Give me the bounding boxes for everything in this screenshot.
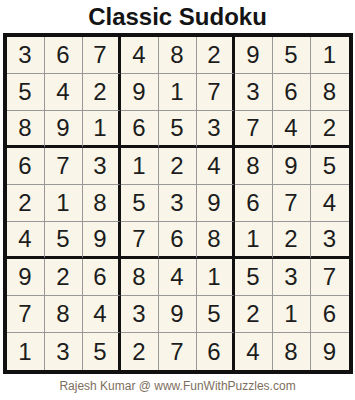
sudoku-cell-r3c3[interactable]: 1 — [83, 111, 121, 148]
sudoku-cell-r1c4[interactable]: 4 — [121, 37, 159, 74]
sudoku-cell-r5c8[interactable]: 7 — [273, 185, 311, 222]
sudoku-cell-r4c2[interactable]: 7 — [45, 148, 83, 185]
sudoku-cell-r3c1[interactable]: 8 — [7, 111, 45, 148]
sudoku-cell-r9c3[interactable]: 5 — [83, 333, 121, 370]
sudoku-cell-r8c2[interactable]: 8 — [45, 296, 83, 333]
sudoku-cell-r6c9[interactable]: 3 — [311, 222, 349, 259]
sudoku-cell-r5c6[interactable]: 9 — [197, 185, 235, 222]
sudoku-cell-r8c3[interactable]: 4 — [83, 296, 121, 333]
sudoku-cell-r8c6[interactable]: 5 — [197, 296, 235, 333]
sudoku-cell-r3c2[interactable]: 9 — [45, 111, 83, 148]
sudoku-cell-r7c4[interactable]: 8 — [121, 259, 159, 296]
sudoku-cell-r2c6[interactable]: 7 — [197, 74, 235, 111]
sudoku-cell-r2c4[interactable]: 9 — [121, 74, 159, 111]
sudoku-cell-r8c1[interactable]: 7 — [7, 296, 45, 333]
sudoku-cell-r3c8[interactable]: 4 — [273, 111, 311, 148]
sudoku-cell-r2c9[interactable]: 8 — [311, 74, 349, 111]
sudoku-cell-r7c9[interactable]: 7 — [311, 259, 349, 296]
sudoku-cell-r7c1[interactable]: 9 — [7, 259, 45, 296]
sudoku-cell-r3c6[interactable]: 3 — [197, 111, 235, 148]
sudoku-cell-r6c3[interactable]: 9 — [83, 222, 121, 259]
sudoku-cell-r3c9[interactable]: 2 — [311, 111, 349, 148]
sudoku-cell-r9c8[interactable]: 8 — [273, 333, 311, 370]
sudoku-cell-r8c7[interactable]: 2 — [235, 296, 273, 333]
sudoku-cell-r2c3[interactable]: 2 — [83, 74, 121, 111]
sudoku-cell-r6c7[interactable]: 1 — [235, 222, 273, 259]
sudoku-cell-r4c7[interactable]: 8 — [235, 148, 273, 185]
sudoku-cell-r9c1[interactable]: 1 — [7, 333, 45, 370]
sudoku-cell-r2c2[interactable]: 4 — [45, 74, 83, 111]
sudoku-page: Classic Sudoku 3674829515429173688916537… — [0, 0, 355, 400]
sudoku-cell-r1c6[interactable]: 2 — [197, 37, 235, 74]
sudoku-cell-r2c5[interactable]: 1 — [159, 74, 197, 111]
sudoku-cell-r4c8[interactable]: 9 — [273, 148, 311, 185]
sudoku-cell-r2c1[interactable]: 5 — [7, 74, 45, 111]
sudoku-cell-r6c2[interactable]: 5 — [45, 222, 83, 259]
sudoku-cell-r7c2[interactable]: 2 — [45, 259, 83, 296]
sudoku-cell-r5c4[interactable]: 5 — [121, 185, 159, 222]
sudoku-cell-r8c8[interactable]: 1 — [273, 296, 311, 333]
sudoku-cell-r5c2[interactable]: 1 — [45, 185, 83, 222]
sudoku-cell-r9c5[interactable]: 7 — [159, 333, 197, 370]
sudoku-cell-r9c9[interactable]: 9 — [311, 333, 349, 370]
sudoku-cell-r1c3[interactable]: 7 — [83, 37, 121, 74]
sudoku-cell-r2c8[interactable]: 6 — [273, 74, 311, 111]
sudoku-cell-r7c7[interactable]: 5 — [235, 259, 273, 296]
sudoku-cell-r6c5[interactable]: 6 — [159, 222, 197, 259]
page-title: Classic Sudoku — [88, 2, 267, 32]
sudoku-cell-r4c3[interactable]: 3 — [83, 148, 121, 185]
sudoku-cell-r1c7[interactable]: 9 — [235, 37, 273, 74]
sudoku-cell-r9c2[interactable]: 3 — [45, 333, 83, 370]
sudoku-cell-r8c5[interactable]: 9 — [159, 296, 197, 333]
sudoku-cell-r1c8[interactable]: 5 — [273, 37, 311, 74]
sudoku-cell-r9c4[interactable]: 2 — [121, 333, 159, 370]
sudoku-board: 3674829515429173688916537426731248952185… — [3, 33, 353, 374]
sudoku-cell-r5c1[interactable]: 2 — [7, 185, 45, 222]
sudoku-cell-r7c5[interactable]: 4 — [159, 259, 197, 296]
sudoku-cell-r4c6[interactable]: 4 — [197, 148, 235, 185]
sudoku-cell-r4c4[interactable]: 1 — [121, 148, 159, 185]
sudoku-cell-r4c9[interactable]: 5 — [311, 148, 349, 185]
sudoku-cell-r3c5[interactable]: 5 — [159, 111, 197, 148]
sudoku-cell-r7c8[interactable]: 3 — [273, 259, 311, 296]
sudoku-cell-r8c4[interactable]: 3 — [121, 296, 159, 333]
sudoku-cell-r3c7[interactable]: 7 — [235, 111, 273, 148]
sudoku-cell-r9c7[interactable]: 4 — [235, 333, 273, 370]
sudoku-cell-r2c7[interactable]: 3 — [235, 74, 273, 111]
sudoku-cell-r6c1[interactable]: 4 — [7, 222, 45, 259]
sudoku-cell-r3c4[interactable]: 6 — [121, 111, 159, 148]
attribution-caption: Rajesh Kumar @ www.FunWithPuzzles.com — [59, 379, 295, 393]
sudoku-cell-r7c3[interactable]: 6 — [83, 259, 121, 296]
sudoku-cell-r7c6[interactable]: 1 — [197, 259, 235, 296]
sudoku-cell-r1c2[interactable]: 6 — [45, 37, 83, 74]
sudoku-cell-r6c6[interactable]: 8 — [197, 222, 235, 259]
sudoku-cell-r5c5[interactable]: 3 — [159, 185, 197, 222]
sudoku-cell-r6c4[interactable]: 7 — [121, 222, 159, 259]
sudoku-cell-r4c1[interactable]: 6 — [7, 148, 45, 185]
sudoku-cell-r5c9[interactable]: 4 — [311, 185, 349, 222]
sudoku-cell-r9c6[interactable]: 6 — [197, 333, 235, 370]
sudoku-cell-r8c9[interactable]: 6 — [311, 296, 349, 333]
sudoku-cell-r5c3[interactable]: 8 — [83, 185, 121, 222]
sudoku-cell-r5c7[interactable]: 6 — [235, 185, 273, 222]
sudoku-cell-r4c5[interactable]: 2 — [159, 148, 197, 185]
sudoku-cell-r1c9[interactable]: 1 — [311, 37, 349, 74]
sudoku-cell-r1c5[interactable]: 8 — [159, 37, 197, 74]
sudoku-cell-r1c1[interactable]: 3 — [7, 37, 45, 74]
sudoku-cell-r6c8[interactable]: 2 — [273, 222, 311, 259]
